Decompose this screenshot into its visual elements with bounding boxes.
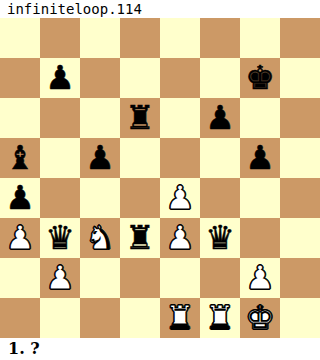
diagram-title: infiniteloop.114 (7, 1, 142, 17)
square-b5[interactable] (40, 138, 80, 178)
square-a2[interactable] (0, 258, 40, 298)
piece-white-pawn: ♟ (45, 258, 75, 298)
piece-black-queen: ♛ (205, 218, 235, 258)
chess-board: ♟♚♜♟♝♟♟♟♟♟♛♞♜♟♛♟♟♜♜♚ (0, 18, 320, 338)
square-h3[interactable] (280, 218, 320, 258)
square-d7[interactable] (120, 58, 160, 98)
square-a7[interactable] (0, 58, 40, 98)
square-g7[interactable]: ♚ (240, 58, 280, 98)
square-a4[interactable]: ♟ (0, 178, 40, 218)
square-a5[interactable]: ♝ (0, 138, 40, 178)
square-d8[interactable] (120, 18, 160, 58)
piece-black-bishop: ♝ (5, 138, 35, 178)
square-g6[interactable] (240, 98, 280, 138)
square-d6[interactable]: ♜ (120, 98, 160, 138)
square-d1[interactable] (120, 298, 160, 338)
square-b1[interactable] (40, 298, 80, 338)
square-h6[interactable] (280, 98, 320, 138)
square-f6[interactable]: ♟ (200, 98, 240, 138)
square-g2[interactable]: ♟ (240, 258, 280, 298)
square-a8[interactable] (0, 18, 40, 58)
square-g1[interactable]: ♚ (240, 298, 280, 338)
piece-black-rook: ♜ (125, 218, 155, 258)
square-d5[interactable] (120, 138, 160, 178)
square-e1[interactable]: ♜ (160, 298, 200, 338)
square-e2[interactable] (160, 258, 200, 298)
square-c8[interactable] (80, 18, 120, 58)
piece-white-pawn: ♟ (165, 178, 195, 218)
piece-white-pawn: ♟ (165, 218, 195, 258)
square-d3[interactable]: ♜ (120, 218, 160, 258)
square-e8[interactable] (160, 18, 200, 58)
square-c6[interactable] (80, 98, 120, 138)
square-e4[interactable]: ♟ (160, 178, 200, 218)
piece-white-pawn: ♟ (245, 258, 275, 298)
square-f4[interactable] (200, 178, 240, 218)
piece-white-rook: ♜ (205, 298, 235, 338)
square-d4[interactable] (120, 178, 160, 218)
square-b6[interactable] (40, 98, 80, 138)
square-e6[interactable] (160, 98, 200, 138)
square-f7[interactable] (200, 58, 240, 98)
move-prompt: 1. ? (8, 339, 40, 359)
square-f1[interactable]: ♜ (200, 298, 240, 338)
square-g4[interactable] (240, 178, 280, 218)
piece-black-pawn: ♟ (45, 58, 75, 98)
square-f2[interactable] (200, 258, 240, 298)
square-b8[interactable] (40, 18, 80, 58)
square-h1[interactable] (280, 298, 320, 338)
square-b4[interactable] (40, 178, 80, 218)
square-b3[interactable]: ♛ (40, 218, 80, 258)
piece-black-pawn: ♟ (205, 98, 235, 138)
square-e5[interactable] (160, 138, 200, 178)
square-c1[interactable] (80, 298, 120, 338)
piece-black-king: ♚ (245, 58, 275, 98)
piece-white-rook: ♜ (165, 298, 195, 338)
square-c7[interactable] (80, 58, 120, 98)
square-f3[interactable]: ♛ (200, 218, 240, 258)
square-c3[interactable]: ♞ (80, 218, 120, 258)
square-h2[interactable] (280, 258, 320, 298)
square-g5[interactable]: ♟ (240, 138, 280, 178)
square-b2[interactable]: ♟ (40, 258, 80, 298)
square-a3[interactable]: ♟ (0, 218, 40, 258)
square-d2[interactable] (120, 258, 160, 298)
piece-white-king: ♚ (245, 298, 275, 338)
piece-black-pawn: ♟ (5, 178, 35, 218)
square-h4[interactable] (280, 178, 320, 218)
square-h7[interactable] (280, 58, 320, 98)
square-h8[interactable] (280, 18, 320, 58)
piece-white-pawn: ♟ (5, 218, 35, 258)
piece-black-pawn: ♟ (85, 138, 115, 178)
square-c2[interactable] (80, 258, 120, 298)
square-e3[interactable]: ♟ (160, 218, 200, 258)
square-c4[interactable] (80, 178, 120, 218)
square-e7[interactable] (160, 58, 200, 98)
square-b7[interactable]: ♟ (40, 58, 80, 98)
square-g8[interactable] (240, 18, 280, 58)
piece-white-knight: ♞ (85, 218, 115, 258)
piece-black-pawn: ♟ (245, 138, 275, 178)
piece-black-rook: ♜ (125, 98, 155, 138)
square-f8[interactable] (200, 18, 240, 58)
square-a1[interactable] (0, 298, 40, 338)
square-h5[interactable] (280, 138, 320, 178)
square-a6[interactable] (0, 98, 40, 138)
square-c5[interactable]: ♟ (80, 138, 120, 178)
piece-black-queen: ♛ (45, 218, 75, 258)
square-g3[interactable] (240, 218, 280, 258)
square-f5[interactable] (200, 138, 240, 178)
